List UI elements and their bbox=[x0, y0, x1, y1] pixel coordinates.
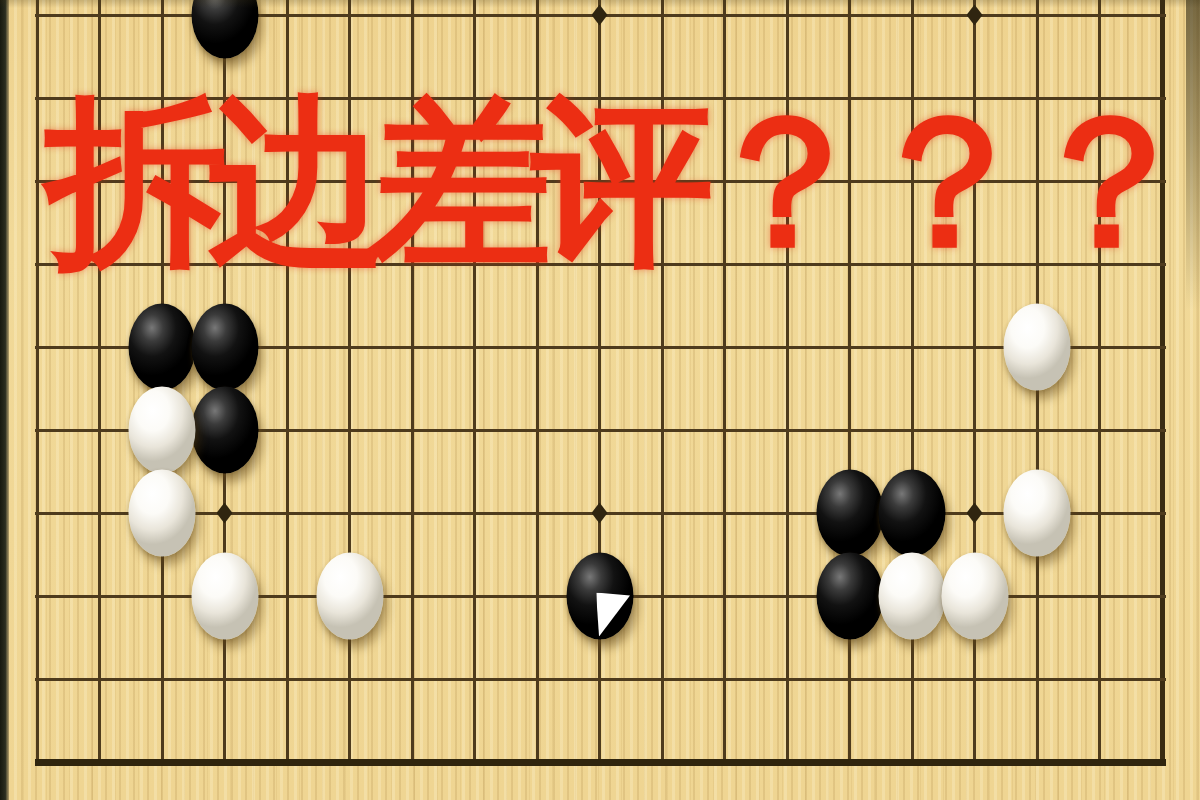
stone-black-K3 bbox=[566, 553, 633, 640]
stone-black-O3 bbox=[816, 553, 883, 640]
go-board-screenshot: 拆边差评？？？ bbox=[0, 0, 1200, 800]
caption-text: 拆边差评？？？ bbox=[46, 86, 1180, 279]
stone-white-C5 bbox=[129, 387, 196, 474]
board-top-shadow bbox=[0, 0, 1200, 8]
stone-black-P4 bbox=[879, 470, 946, 557]
grid-line-horizontal-row2 bbox=[35, 678, 1166, 681]
stone-black-O4 bbox=[816, 470, 883, 557]
stone-white-C4 bbox=[129, 470, 196, 557]
grid-line-vertical-A bbox=[36, 0, 39, 766]
stone-white-R4 bbox=[1004, 470, 1071, 557]
star-point-Q4 bbox=[967, 503, 983, 524]
stone-white-R6 bbox=[1004, 304, 1071, 391]
stone-white-P3 bbox=[879, 553, 946, 640]
stone-black-C6 bbox=[129, 304, 196, 391]
star-point-K4 bbox=[592, 503, 608, 524]
board-right-edge-shadow bbox=[1186, 0, 1200, 310]
stone-white-Q3 bbox=[941, 553, 1008, 640]
grid-line-horizontal-row1 bbox=[35, 759, 1166, 766]
stone-black-D5 bbox=[191, 387, 258, 474]
star-point-D4 bbox=[217, 503, 233, 524]
last-move-triangle-marker bbox=[596, 593, 630, 637]
stone-black-D6 bbox=[191, 304, 258, 391]
board-left-edge bbox=[0, 0, 9, 800]
stone-white-F3 bbox=[316, 553, 383, 640]
stone-black-D10 bbox=[191, 0, 258, 59]
stone-white-D3 bbox=[191, 553, 258, 640]
